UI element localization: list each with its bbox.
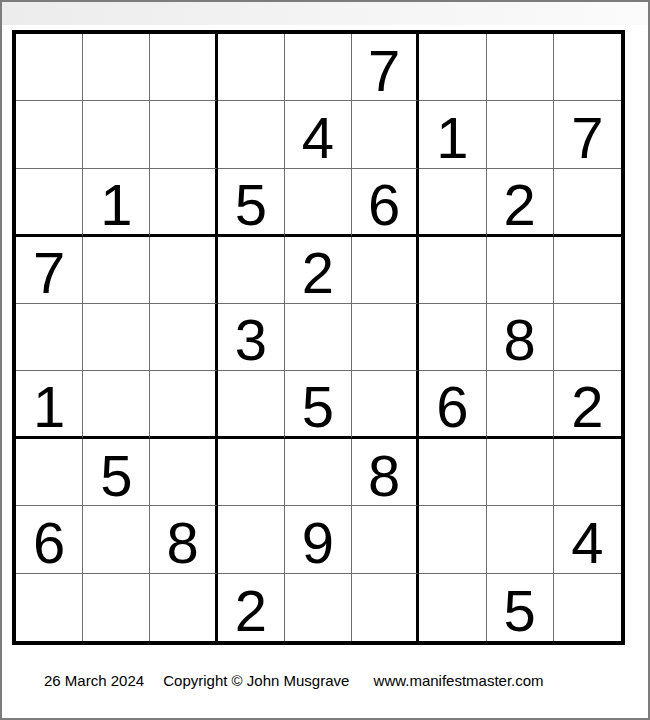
- cell-r7c7: [419, 439, 486, 506]
- cell-r3c2: 1: [83, 169, 150, 237]
- cell-r4c5: 2: [285, 237, 352, 304]
- cell-r5c9: [554, 304, 621, 371]
- cell-r6c9: 2: [554, 371, 621, 439]
- cell-r8c9: 4: [554, 506, 621, 573]
- cell-r6c6: [352, 371, 419, 439]
- cell-r8c2: [83, 506, 150, 573]
- cell-r4c4: [218, 237, 285, 304]
- cell-r4c2: [83, 237, 150, 304]
- cell-r1c5: [285, 34, 352, 101]
- cell-r6c7: 6: [419, 371, 486, 439]
- cell-r9c7: [419, 574, 486, 641]
- copyright-text: Copyright © John Musgrave: [163, 672, 349, 689]
- cell-r5c3: [150, 304, 217, 371]
- footer: 26 March 2024 Copyright © John Musgrave …: [44, 672, 648, 689]
- cell-r2c9: 7: [554, 101, 621, 168]
- website-url: www.manifestmaster.com: [374, 672, 544, 689]
- cell-r2c4: [218, 101, 285, 168]
- cell-r3c4: 5: [218, 169, 285, 237]
- cell-r1c1: [16, 34, 83, 101]
- cell-r8c4: [218, 506, 285, 573]
- cell-r8c6: [352, 506, 419, 573]
- cell-r4c1: 7: [16, 237, 83, 304]
- cell-r6c3: [150, 371, 217, 439]
- cell-r3c5: [285, 169, 352, 237]
- cell-r1c6: 7: [352, 34, 419, 101]
- cell-r4c9: [554, 237, 621, 304]
- cell-r9c3: [150, 574, 217, 641]
- cell-r3c3: [150, 169, 217, 237]
- cell-r6c8: [487, 371, 554, 439]
- cell-r8c3: 8: [150, 506, 217, 573]
- cell-r2c7: 1: [419, 101, 486, 168]
- cell-r6c1: 1: [16, 371, 83, 439]
- cell-r6c5: 5: [285, 371, 352, 439]
- cell-r4c7: [419, 237, 486, 304]
- cell-r1c4: [218, 34, 285, 101]
- cell-r7c4: [218, 439, 285, 506]
- cell-r3c8: 2: [487, 169, 554, 237]
- sudoku-board: 741715627238156258689425: [12, 30, 625, 645]
- cell-r2c1: [16, 101, 83, 168]
- cell-r7c8: [487, 439, 554, 506]
- page: 741715627238156258689425 26 March 2024 C…: [0, 0, 650, 720]
- cell-r9c9: [554, 574, 621, 641]
- cell-r7c3: [150, 439, 217, 506]
- cell-r2c2: [83, 101, 150, 168]
- cell-r8c7: [419, 506, 486, 573]
- cell-r7c9: [554, 439, 621, 506]
- cell-r7c5: [285, 439, 352, 506]
- cell-r8c5: 9: [285, 506, 352, 573]
- cell-r9c2: [83, 574, 150, 641]
- cell-r4c6: [352, 237, 419, 304]
- puzzle-date: 26 March 2024: [44, 672, 144, 689]
- cell-r9c4: 2: [218, 574, 285, 641]
- cell-r1c7: [419, 34, 486, 101]
- cell-r6c2: [83, 371, 150, 439]
- cell-r3c9: [554, 169, 621, 237]
- cell-r4c8: [487, 237, 554, 304]
- cell-r1c3: [150, 34, 217, 101]
- cell-r3c6: 6: [352, 169, 419, 237]
- cell-r2c8: [487, 101, 554, 168]
- cell-r4c3: [150, 237, 217, 304]
- cell-r6c4: [218, 371, 285, 439]
- cell-r5c8: 8: [487, 304, 554, 371]
- cell-r7c2: 5: [83, 439, 150, 506]
- cell-r5c5: [285, 304, 352, 371]
- cell-r3c7: [419, 169, 486, 237]
- cell-r7c6: 8: [352, 439, 419, 506]
- cell-r9c6: [352, 574, 419, 641]
- cell-r8c1: 6: [16, 506, 83, 573]
- cell-r5c4: 3: [218, 304, 285, 371]
- cell-r2c5: 4: [285, 101, 352, 168]
- cell-r7c1: [16, 439, 83, 506]
- cell-r8c8: [487, 506, 554, 573]
- cell-r1c2: [83, 34, 150, 101]
- window-top-bar: [2, 2, 648, 25]
- cell-r1c8: [487, 34, 554, 101]
- cell-r5c7: [419, 304, 486, 371]
- cell-r2c3: [150, 101, 217, 168]
- cell-r3c1: [16, 169, 83, 237]
- cell-r1c9: [554, 34, 621, 101]
- cell-r5c2: [83, 304, 150, 371]
- cell-r9c8: 5: [487, 574, 554, 641]
- cell-r9c1: [16, 574, 83, 641]
- cell-r5c1: [16, 304, 83, 371]
- cell-r2c6: [352, 101, 419, 168]
- cell-r9c5: [285, 574, 352, 641]
- cell-r5c6: [352, 304, 419, 371]
